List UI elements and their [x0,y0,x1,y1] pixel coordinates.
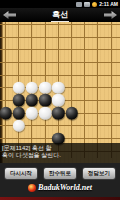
board-cell[interactable] [91,43,104,56]
board-cell[interactable] [65,31,78,44]
board-cell[interactable] [52,120,65,133]
black-stone [13,107,25,119]
board-cell[interactable] [105,107,118,120]
board-cell[interactable] [0,81,12,94]
board-cell[interactable] [105,120,118,133]
board-cell[interactable] [25,81,38,94]
board-cell[interactable] [52,107,65,120]
black-stone [65,107,77,119]
board-cell[interactable] [105,43,118,56]
board-cell[interactable] [0,22,12,31]
board-cell[interactable] [118,22,120,31]
board-cell[interactable] [39,31,52,44]
board-cell[interactable] [105,31,118,44]
white-stone [39,82,51,94]
problem-caption: [문제1142] 흑선 활 흑이 다섯점을 살린다. [0,143,120,163]
board-cell[interactable] [65,56,78,69]
board-cell[interactable] [65,120,78,133]
board-cell[interactable] [39,56,52,69]
board-cell[interactable] [52,81,65,94]
title-bar: 흑선 [0,8,120,22]
board-cell[interactable] [12,94,25,107]
board-cell[interactable] [25,43,38,56]
white-stone [39,107,51,119]
board-cell[interactable] [39,69,52,82]
black-stone [39,94,51,106]
white-stone [13,120,25,132]
board-cell[interactable] [118,81,120,94]
bottom-banner [0,197,120,200]
board-cell[interactable] [12,69,25,82]
board-cell[interactable] [0,56,12,69]
board-cell[interactable] [0,31,12,44]
board-cell[interactable] [78,43,91,56]
board-cell[interactable] [118,31,120,44]
board-cell[interactable] [12,43,25,56]
board-cell[interactable] [0,107,12,120]
page-title: 흑선 [51,9,69,22]
board-cell[interactable] [91,69,104,82]
board-cell[interactable] [78,107,91,120]
board-cell[interactable] [39,81,52,94]
board-cell[interactable] [52,56,65,69]
board-cell[interactable] [39,107,52,120]
problem-caption-line2: 흑이 다섯점을 살린다. [2,152,118,159]
button-bar: 다시시작 한수뒤로 정답보기 [0,167,120,180]
board-cell[interactable] [118,94,120,107]
board-cell[interactable] [39,43,52,56]
board-cell[interactable] [0,69,12,82]
board-cell[interactable] [78,56,91,69]
board-grid[interactable] [0,22,120,158]
board-cell[interactable] [65,43,78,56]
badukworld-logo: BadukWorld.net [0,183,120,192]
board-cell[interactable] [52,43,65,56]
board-cell[interactable] [65,81,78,94]
board-cell[interactable] [65,69,78,82]
board-cell[interactable] [91,120,104,133]
white-stone [26,82,38,94]
board-cell[interactable] [25,107,38,120]
board-cell[interactable] [39,94,52,107]
show-answer-button[interactable]: 정답보기 [82,167,116,180]
board-cell[interactable] [118,43,120,56]
board-cell[interactable] [78,31,91,44]
board-cell[interactable] [105,56,118,69]
board-cell[interactable] [105,94,118,107]
undo-move-button[interactable]: 한수뒤로 [43,167,77,180]
board-cell[interactable] [78,81,91,94]
board-cell[interactable] [25,69,38,82]
board-cell[interactable] [52,31,65,44]
board-cell[interactable] [12,107,25,120]
battery-icon [92,2,97,7]
board-cell[interactable] [118,69,120,82]
board-cell[interactable] [105,22,118,31]
board-cell[interactable] [78,69,91,82]
white-stone [52,94,64,106]
board-cell[interactable] [91,107,104,120]
board-cell[interactable] [91,94,104,107]
problem-caption-line1: [문제1142] 흑선 활 [2,145,118,152]
status-bar: 2:11 AM [0,0,120,8]
go-board[interactable] [0,22,120,163]
badukworld-logo-icon [28,184,36,192]
previous-problem-arrow-icon[interactable] [3,11,16,19]
badukworld-logo-text: BadukWorld.net [38,183,92,192]
board-cell[interactable] [25,56,38,69]
board-cell[interactable] [91,56,104,69]
app-screen: 2:11 AM 흑선 [문제1142] 흑선 활 흑이 다섯점을 살린다. 다시… [0,0,120,200]
white-stone [13,82,25,94]
status-time: 2:11 AM [99,0,118,8]
board-cell[interactable] [12,56,25,69]
board-cell[interactable] [118,120,120,133]
board-cell[interactable] [78,94,91,107]
board-cell[interactable] [65,22,78,31]
network-icon [84,2,90,7]
board-cell[interactable] [105,81,118,94]
board-cell[interactable] [12,31,25,44]
board-cell[interactable] [65,94,78,107]
black-stone [52,107,64,119]
board-cell[interactable] [12,81,25,94]
board-cell[interactable] [105,69,118,82]
board-cell[interactable] [39,22,52,31]
board-cell[interactable] [0,120,12,133]
black-stone [26,94,38,106]
white-stone [26,107,38,119]
board-cell[interactable] [12,120,25,133]
board-cell[interactable] [25,94,38,107]
bottom-panel: 다시시작 한수뒤로 정답보기 BadukWorld.net [0,163,120,200]
board-cell[interactable] [25,120,38,133]
restart-button[interactable]: 다시시작 [4,167,38,180]
board-cell[interactable] [25,31,38,44]
board-cell[interactable] [52,22,65,31]
board-cell[interactable] [25,22,38,31]
black-stone [13,94,25,106]
board-cell[interactable] [118,56,120,69]
next-problem-arrow-icon[interactable] [104,11,117,19]
board-cell[interactable] [52,69,65,82]
board-cell[interactable] [91,81,104,94]
board-cell[interactable] [12,22,25,31]
board-cell[interactable] [91,31,104,44]
board-cell[interactable] [0,43,12,56]
board-cell[interactable] [65,107,78,120]
board-cell[interactable] [118,107,120,120]
black-stone [0,107,12,119]
board-cell[interactable] [39,120,52,133]
usb-icon [76,2,82,7]
board-cell[interactable] [0,94,12,107]
board-cell[interactable] [78,22,91,31]
board-cell[interactable] [52,94,65,107]
white-stone [52,82,64,94]
board-cell[interactable] [78,120,91,133]
board-cell[interactable] [91,22,104,31]
